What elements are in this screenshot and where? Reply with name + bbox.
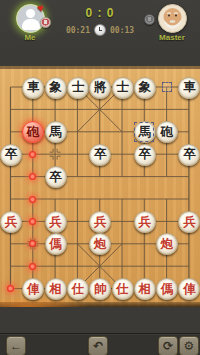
undo-arrow-icon: ↶ [93,340,103,352]
xiangqi-app-screen: ♥ Me 0 : 0 00:21 00:13 Master [0,0,200,355]
legal-move-dot[interactable] [29,151,36,158]
piece-red-elephant[interactable]: 相 [134,278,156,300]
time-right: 00:13 [110,26,134,35]
piece-black-rook[interactable]: 車 [22,77,44,99]
back-arrow-icon: ← [10,340,22,352]
piece-red-pawn[interactable]: 兵 [45,211,67,233]
last-move-from-marker [162,82,172,92]
legal-move-dot[interactable] [29,196,36,203]
piece-red-advisor[interactable]: 仕 [112,278,134,300]
gear-icon: ⚙ [184,340,195,352]
piece-red-elephant[interactable]: 相 [45,278,67,300]
piece-red-pawn[interactable]: 兵 [0,211,22,233]
xiangqi-board[interactable]: 車象士將士象車砲馬馬砲卒卒卒卒卒兵兵兵兵兵傌炮炮俥相仕帥仕相傌俥 [0,66,200,307]
settings-button[interactable]: ⚙ [179,336,199,355]
piece-red-pawn[interactable]: 兵 [178,211,200,233]
top-bar: ♥ Me 0 : 0 00:21 00:13 Master [0,0,200,66]
piece-black-horse[interactable]: 馬 [45,121,67,143]
piece-black-pawn[interactable]: 卒 [178,144,200,166]
restart-icon: ⟳ [163,340,173,352]
undo-button[interactable]: ↶ [88,336,108,355]
piece-red-horse[interactable]: 傌 [45,233,67,255]
clock-row: 00:21 00:13 [50,24,150,36]
piece-black-pawn[interactable]: 卒 [45,166,67,188]
piece-black-pawn[interactable]: 卒 [89,144,111,166]
piece-black-pawn[interactable]: 卒 [134,144,156,166]
piece-red-pawn[interactable]: 兵 [89,211,111,233]
piece-black-advisor[interactable]: 士 [112,77,134,99]
piece-red-advisor[interactable]: 仕 [67,278,89,300]
score-display: 0 : 0 [60,6,140,20]
person-silhouette-body [22,19,40,30]
bottom-toolbar: ← ↶ ⟳ ⚙ [0,333,200,355]
heart-icon: ♥ [36,2,44,13]
piece-red-rook[interactable]: 俥 [178,278,200,300]
piece-red-pawn[interactable]: 兵 [134,211,156,233]
piece-black-general[interactable]: 將 [89,77,111,99]
master-face-icon [159,5,186,32]
restart-button[interactable]: ⟳ [158,336,178,355]
player-avatar-master[interactable] [158,4,187,33]
player-name-master: Master [142,33,200,42]
piece-black-elephant[interactable]: 象 [134,77,156,99]
time-left: 00:21 [66,26,90,35]
piece-black-pawn[interactable]: 卒 [0,144,22,166]
piece-black-advisor[interactable]: 士 [67,77,89,99]
piece-black-elephant[interactable]: 象 [45,77,67,99]
person-silhouette-icon [26,9,35,18]
board-grid [0,66,200,307]
last-move-to-marker [134,122,154,142]
piece-black-rook[interactable]: 車 [178,77,200,99]
timer-icon [94,24,106,36]
status-badge-master-icon [144,14,155,25]
back-button[interactable]: ← [6,336,26,355]
legal-move-dot[interactable] [29,263,36,270]
